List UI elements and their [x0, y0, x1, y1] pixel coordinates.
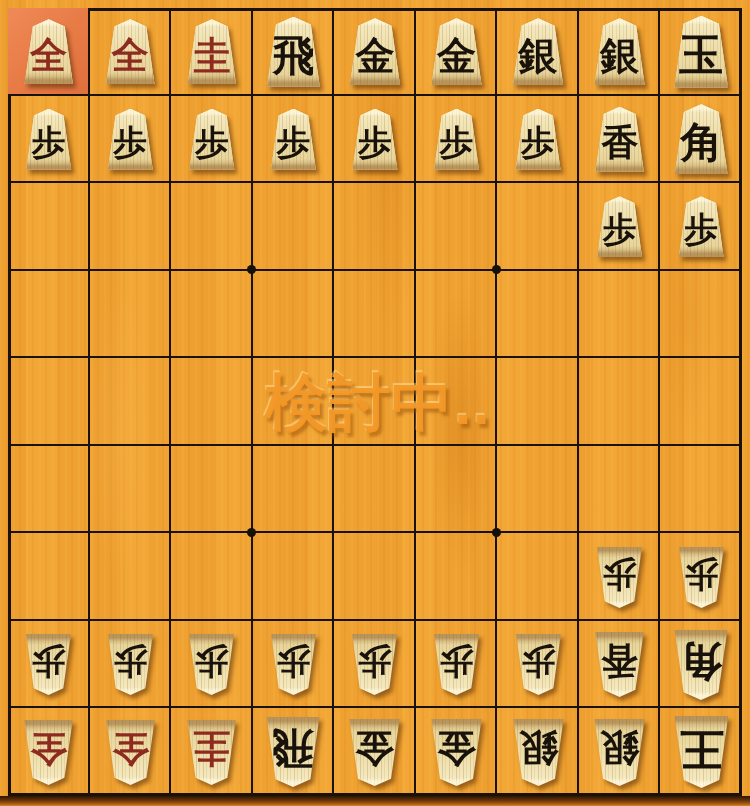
- piece-gold[interactable]: 金: [428, 18, 485, 85]
- piece-pawn[interactable]: 歩: [349, 109, 400, 170]
- piece-pawn[interactable]: 歩: [594, 547, 645, 608]
- board-cell[interactable]: [8, 358, 90, 446]
- piece-kanji: 歩: [684, 557, 718, 598]
- piece-pawn[interactable]: 歩: [105, 634, 156, 695]
- board-cell[interactable]: [334, 183, 416, 271]
- piece-tile: 金: [346, 18, 403, 85]
- piece-tile: 銀: [510, 18, 567, 85]
- piece-tile: 全: [21, 19, 76, 84]
- piece-kanji: 歩: [195, 119, 229, 160]
- board-bottom-edge: [0, 796, 750, 806]
- piece-kanji: 歩: [521, 644, 555, 685]
- piece-kanji: 飛: [272, 27, 314, 77]
- piece-kanji: 歩: [521, 119, 555, 160]
- board-cell[interactable]: 歩: [8, 96, 90, 184]
- piece-promoted-silver[interactable]: 全: [103, 720, 158, 785]
- piece-tile: 香: [592, 107, 647, 172]
- piece-kanji: 金: [437, 29, 476, 75]
- piece-promoted-knight[interactable]: 圭: [184, 720, 239, 785]
- piece-tile: 圭: [184, 720, 239, 785]
- board-cell[interactable]: [334, 271, 416, 359]
- board-cell[interactable]: 圭: [171, 708, 253, 796]
- board-cell[interactable]: [8, 533, 90, 621]
- piece-kanji: 角: [680, 114, 722, 164]
- board-cell[interactable]: 銀: [497, 8, 579, 96]
- piece-king-jeweled[interactable]: 玉: [671, 16, 732, 88]
- board-cell[interactable]: [253, 533, 335, 621]
- board-cell[interactable]: [171, 446, 253, 534]
- board-cell[interactable]: [497, 358, 579, 446]
- board-cell[interactable]: [579, 358, 661, 446]
- piece-tile: 玉: [671, 16, 732, 88]
- piece-pawn[interactable]: 歩: [676, 196, 727, 257]
- hoshi-dot: [492, 528, 501, 537]
- piece-tile: 銀: [591, 18, 648, 85]
- piece-kanji: 全: [30, 730, 67, 774]
- piece-tile: 歩: [105, 109, 156, 170]
- piece-bishop[interactable]: 角: [671, 104, 731, 174]
- piece-pawn[interactable]: 歩: [23, 109, 74, 170]
- board-cell[interactable]: 金: [416, 8, 498, 96]
- piece-promoted-knight[interactable]: 圭: [184, 19, 239, 84]
- piece-tile: 歩: [186, 109, 237, 170]
- piece-pawn[interactable]: 歩: [594, 196, 645, 257]
- piece-kanji: 銀: [600, 729, 639, 775]
- piece-kanji: 歩: [113, 644, 147, 685]
- board-cell[interactable]: [416, 183, 498, 271]
- piece-kanji: 歩: [440, 644, 474, 685]
- piece-tile: 歩: [594, 547, 645, 608]
- board-cell[interactable]: 歩: [334, 621, 416, 709]
- board-cell[interactable]: [497, 271, 579, 359]
- board-cell[interactable]: [90, 271, 172, 359]
- hoshi-dot: [247, 528, 256, 537]
- piece-silver[interactable]: 銀: [510, 18, 567, 85]
- board-cell[interactable]: [660, 446, 742, 534]
- board-cell[interactable]: [660, 358, 742, 446]
- piece-pawn[interactable]: 歩: [23, 634, 74, 695]
- piece-kanji: 角: [680, 640, 722, 690]
- board-cell[interactable]: [253, 446, 335, 534]
- piece-silver[interactable]: 銀: [591, 18, 648, 85]
- piece-tile: 飛: [263, 17, 323, 87]
- board-cell[interactable]: [416, 446, 498, 534]
- piece-tile: 王: [671, 716, 732, 788]
- board-cell[interactable]: 歩: [253, 621, 335, 709]
- piece-silver[interactable]: 銀: [591, 719, 648, 786]
- piece-tile: 歩: [105, 634, 156, 695]
- board-cell[interactable]: 角: [660, 96, 742, 184]
- board-cell[interactable]: [334, 533, 416, 621]
- board-cell[interactable]: 歩: [579, 183, 661, 271]
- piece-tile: 歩: [268, 109, 319, 170]
- piece-kanji: 歩: [358, 119, 392, 160]
- piece-kanji: 歩: [603, 557, 637, 598]
- board-cell[interactable]: 銀: [497, 708, 579, 796]
- board-cell[interactable]: 香: [579, 96, 661, 184]
- board-cell[interactable]: 全: [90, 708, 172, 796]
- piece-kanji: 銀: [600, 29, 639, 75]
- piece-promoted-silver[interactable]: 全: [103, 19, 158, 84]
- piece-tile: 歩: [23, 634, 74, 695]
- board-cell[interactable]: 歩: [416, 621, 498, 709]
- piece-king[interactable]: 王: [671, 716, 732, 788]
- piece-kanji: 香: [601, 117, 638, 161]
- piece-kanji: 飛: [272, 727, 314, 777]
- piece-tile: 銀: [510, 719, 567, 786]
- piece-kanji: 全: [112, 30, 149, 74]
- piece-pawn[interactable]: 歩: [431, 634, 482, 695]
- board-cell[interactable]: [416, 271, 498, 359]
- board-cell[interactable]: 全: [90, 8, 172, 96]
- piece-tile: 銀: [591, 719, 648, 786]
- piece-tile: 角: [671, 104, 731, 174]
- piece-pawn[interactable]: 歩: [105, 109, 156, 170]
- board-cell[interactable]: 歩: [334, 96, 416, 184]
- board-cell[interactable]: 歩: [171, 621, 253, 709]
- board-cell[interactable]: 飛: [253, 8, 335, 96]
- board-cell[interactable]: [416, 533, 498, 621]
- board-cell[interactable]: 角: [660, 621, 742, 709]
- piece-kanji: 歩: [113, 119, 147, 160]
- piece-kanji: 歩: [32, 644, 66, 685]
- piece-pawn[interactable]: 歩: [186, 109, 237, 170]
- piece-tile: 歩: [23, 109, 74, 170]
- piece-kanji: 歩: [32, 119, 66, 160]
- piece-kanji: 圭: [193, 730, 230, 774]
- piece-tile: 角: [671, 630, 731, 700]
- board-cell[interactable]: [8, 271, 90, 359]
- piece-pawn[interactable]: 歩: [676, 547, 727, 608]
- piece-tile: 金: [428, 719, 485, 786]
- piece-kanji: 歩: [440, 119, 474, 160]
- piece-kanji: 歩: [603, 207, 637, 248]
- piece-silver[interactable]: 銀: [510, 719, 567, 786]
- piece-pawn[interactable]: 歩: [349, 634, 400, 695]
- piece-lance[interactable]: 香: [592, 632, 647, 697]
- piece-kanji: 銀: [519, 29, 558, 75]
- piece-rook[interactable]: 飛: [263, 17, 323, 87]
- piece-kanji: 歩: [276, 644, 310, 685]
- board-cell[interactable]: [90, 446, 172, 534]
- board-cell[interactable]: [253, 271, 335, 359]
- piece-pawn[interactable]: 歩: [186, 634, 237, 695]
- piece-tile: 全: [103, 720, 158, 785]
- board-cell[interactable]: 歩: [660, 533, 742, 621]
- board-cell[interactable]: 王: [660, 708, 742, 796]
- board-cell[interactable]: 歩: [8, 621, 90, 709]
- board-cell[interactable]: 歩: [90, 621, 172, 709]
- piece-tile: 歩: [349, 634, 400, 695]
- board-cell[interactable]: 歩: [497, 96, 579, 184]
- piece-tile: 歩: [676, 196, 727, 257]
- board-cell[interactable]: [253, 183, 335, 271]
- board-cell[interactable]: 玉: [660, 8, 742, 96]
- board-cell[interactable]: [660, 271, 742, 359]
- board-cell[interactable]: [334, 446, 416, 534]
- piece-kanji: 圭: [193, 30, 230, 74]
- piece-kanji: 歩: [195, 644, 229, 685]
- board-cell[interactable]: 金: [334, 708, 416, 796]
- piece-tile: 金: [346, 719, 403, 786]
- board-cell[interactable]: 銀: [579, 708, 661, 796]
- board-cell[interactable]: 飛: [253, 708, 335, 796]
- board-cell[interactable]: 圭: [171, 8, 253, 96]
- piece-pawn[interactable]: 歩: [431, 109, 482, 170]
- board-cell[interactable]: [171, 183, 253, 271]
- piece-lance[interactable]: 香: [592, 107, 647, 172]
- piece-pawn[interactable]: 歩: [268, 109, 319, 170]
- board-cell[interactable]: 銀: [579, 8, 661, 96]
- shogi-board: 全全圭飛金金銀銀玉歩歩歩歩歩歩歩香角歩歩歩歩歩歩歩歩歩歩歩香角全全圭飛金金銀銀王…: [0, 0, 750, 806]
- board-cell[interactable]: [497, 446, 579, 534]
- board-cell[interactable]: 歩: [253, 96, 335, 184]
- piece-kanji: 歩: [358, 644, 392, 685]
- piece-kanji: 香: [601, 643, 638, 687]
- piece-tile: 歩: [431, 109, 482, 170]
- piece-tile: 香: [592, 632, 647, 697]
- board-cell[interactable]: [579, 271, 661, 359]
- board-cell[interactable]: [171, 533, 253, 621]
- piece-gold[interactable]: 金: [346, 18, 403, 85]
- piece-gold[interactable]: 金: [428, 719, 485, 786]
- board-cell[interactable]: [90, 533, 172, 621]
- piece-kanji: 歩: [276, 119, 310, 160]
- analysis-watermark: 検討中..: [265, 361, 490, 445]
- board-cell[interactable]: [579, 446, 661, 534]
- piece-bishop[interactable]: 角: [671, 630, 731, 700]
- piece-kanji: 金: [355, 29, 394, 75]
- piece-kanji: 全: [30, 30, 67, 74]
- board-cell[interactable]: 歩: [171, 96, 253, 184]
- piece-kanji: 銀: [519, 729, 558, 775]
- board-cell[interactable]: [90, 183, 172, 271]
- piece-tile: 歩: [268, 634, 319, 695]
- piece-pawn[interactable]: 歩: [513, 109, 564, 170]
- piece-tile: 圭: [184, 19, 239, 84]
- board-cell[interactable]: [8, 183, 90, 271]
- piece-promoted-silver[interactable]: 全: [21, 19, 76, 84]
- piece-kanji: 王: [679, 726, 723, 778]
- piece-kanji: 全: [112, 730, 149, 774]
- piece-kanji: 歩: [684, 207, 718, 248]
- hoshi-dot: [492, 265, 501, 274]
- piece-tile: 歩: [349, 109, 400, 170]
- board-cell[interactable]: 歩: [90, 96, 172, 184]
- piece-tile: 歩: [513, 634, 564, 695]
- piece-gold[interactable]: 金: [346, 719, 403, 786]
- board-cell[interactable]: [497, 533, 579, 621]
- board-cell[interactable]: 香: [579, 621, 661, 709]
- board-cell[interactable]: 金: [416, 708, 498, 796]
- piece-kanji: 玉: [679, 26, 723, 78]
- piece-rook[interactable]: 飛: [263, 717, 323, 787]
- board-cell[interactable]: 歩: [660, 183, 742, 271]
- piece-tile: 金: [428, 18, 485, 85]
- board-cell[interactable]: 歩: [416, 96, 498, 184]
- piece-tile: 歩: [676, 547, 727, 608]
- board-cell[interactable]: 全: [8, 708, 90, 796]
- piece-tile: 全: [103, 19, 158, 84]
- piece-kanji: 金: [437, 729, 476, 775]
- piece-tile: 歩: [431, 634, 482, 695]
- board-cell[interactable]: [497, 183, 579, 271]
- board-cell[interactable]: 歩: [497, 621, 579, 709]
- piece-kanji: 金: [355, 729, 394, 775]
- piece-tile: 飛: [263, 717, 323, 787]
- piece-tile: 歩: [513, 109, 564, 170]
- piece-promoted-silver[interactable]: 全: [21, 720, 76, 785]
- piece-tile: 歩: [594, 196, 645, 257]
- board-cell[interactable]: 歩: [579, 533, 661, 621]
- board-cell[interactable]: [90, 358, 172, 446]
- board-cell[interactable]: 全: [8, 8, 90, 96]
- board-cell[interactable]: [8, 446, 90, 534]
- piece-tile: 歩: [186, 634, 237, 695]
- board-cell[interactable]: [171, 358, 253, 446]
- piece-pawn[interactable]: 歩: [268, 634, 319, 695]
- piece-tile: 全: [21, 720, 76, 785]
- board-cell[interactable]: 金: [334, 8, 416, 96]
- board-cell[interactable]: [171, 271, 253, 359]
- piece-pawn[interactable]: 歩: [513, 634, 564, 695]
